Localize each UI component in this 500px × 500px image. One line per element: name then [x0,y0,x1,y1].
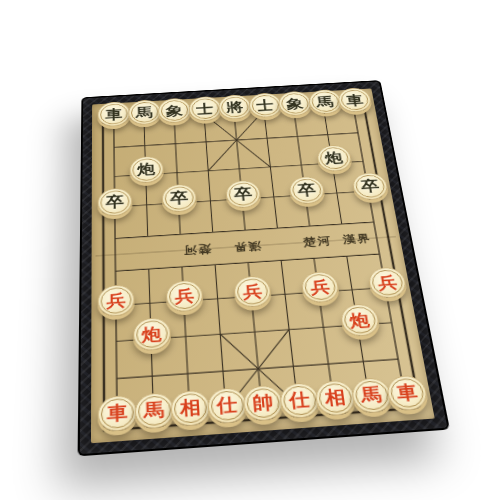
piece-black-soldier[interactable]: 卒 [351,172,390,201]
piece-character: 相 [180,398,202,418]
piece-red-chariot[interactable]: 車 [385,374,430,411]
piece-character: 車 [107,403,128,423]
board-surface: 楚河 漢界 楚河 漢界 車馬象士將士象馬車炮炮卒卒卒卒卒兵兵兵兵兵炮炮車馬相仕帥… [91,88,435,443]
piece-black-general[interactable]: 將 [218,94,253,120]
piece-character: 炮 [324,151,344,166]
piece-character: 帥 [252,393,274,413]
piece-character: 卒 [297,182,317,197]
piece-character: 卒 [170,190,189,205]
piece-black-chariot[interactable]: 車 [98,101,131,127]
piece-character: 兵 [106,292,126,310]
xiangqi-board: 楚河 漢界 楚河 漢界 車馬象士將士象馬車炮炮卒卒卒卒卒兵兵兵兵兵炮炮車馬相仕帥… [78,80,450,456]
piece-character: 仕 [288,391,311,411]
piece-character: 卒 [360,178,380,193]
piece-red-soldier[interactable]: 兵 [233,275,272,308]
piece-character: 兵 [310,279,331,296]
piece-character: 炮 [348,311,370,329]
piece-black-soldier[interactable]: 卒 [288,175,326,204]
piece-red-soldier[interactable]: 兵 [367,267,408,300]
piece-black-horse[interactable]: 馬 [307,89,343,115]
piece-character: 兵 [242,283,263,300]
piece-character: 車 [105,107,122,121]
piece-character: 象 [286,97,305,111]
piece-black-chariot[interactable]: 車 [337,87,373,113]
piece-red-chariot[interactable]: 車 [98,394,138,432]
piece-black-cannon[interactable]: 炮 [315,144,352,172]
piece-red-cannon[interactable]: 炮 [339,303,381,337]
piece-character: 兵 [174,287,194,305]
piece-character: 兵 [377,274,399,291]
pieces-layer: 車馬象士將士象馬車炮炮卒卒卒卒卒兵兵兵兵兵炮炮車馬相仕帥仕相馬車 [91,88,435,443]
piece-character: 卒 [106,194,124,210]
piece-red-advisor[interactable]: 仕 [206,387,248,425]
piece-character: 將 [226,100,244,114]
piece-red-soldier[interactable]: 兵 [300,271,340,304]
piece-red-horse[interactable]: 馬 [349,377,393,414]
piece-character: 車 [395,383,419,403]
piece-black-advisor[interactable]: 士 [188,96,222,122]
piece-black-soldier[interactable]: 卒 [161,183,197,212]
piece-character: 車 [345,93,364,107]
piece-black-elephant[interactable]: 象 [158,98,192,124]
piece-black-soldier[interactable]: 卒 [225,179,262,208]
piece-red-advisor[interactable]: 仕 [278,382,321,420]
piece-character: 士 [196,102,214,116]
piece-red-soldier[interactable]: 兵 [98,284,135,317]
piece-character: 象 [166,104,184,118]
piece-character: 相 [324,388,347,408]
piece-black-elephant[interactable]: 象 [277,91,312,117]
piece-character: 馬 [143,401,164,421]
piece-red-elephant[interactable]: 相 [170,389,211,427]
piece-character: 馬 [360,386,383,406]
piece-red-soldier[interactable]: 兵 [165,280,203,313]
piece-red-horse[interactable]: 馬 [134,392,174,430]
product-photo: 楚河 漢界 楚河 漢界 車馬象士將士象馬車炮炮卒卒卒卒卒兵兵兵兵兵炮炮車馬相仕帥… [0,0,500,500]
piece-red-cannon[interactable]: 炮 [132,317,171,352]
piece-character: 仕 [216,396,238,416]
piece-black-advisor[interactable]: 士 [248,92,283,118]
piece-character: 馬 [135,105,153,119]
piece-character: 卒 [233,186,252,201]
piece-character: 士 [256,98,275,112]
piece-red-general[interactable]: 帥 [242,384,284,422]
piece-character: 炮 [137,162,155,177]
board-scene: 楚河 漢界 楚河 漢界 車馬象士將士象馬車炮炮卒卒卒卒卒兵兵兵兵兵炮炮車馬相仕帥… [80,18,420,458]
piece-black-soldier[interactable]: 卒 [98,187,133,216]
piece-black-cannon[interactable]: 炮 [129,155,164,183]
piece-character: 炮 [141,325,161,343]
piece-red-elephant[interactable]: 相 [314,379,357,416]
piece-character: 馬 [315,95,334,109]
piece-black-horse[interactable]: 馬 [128,99,161,125]
